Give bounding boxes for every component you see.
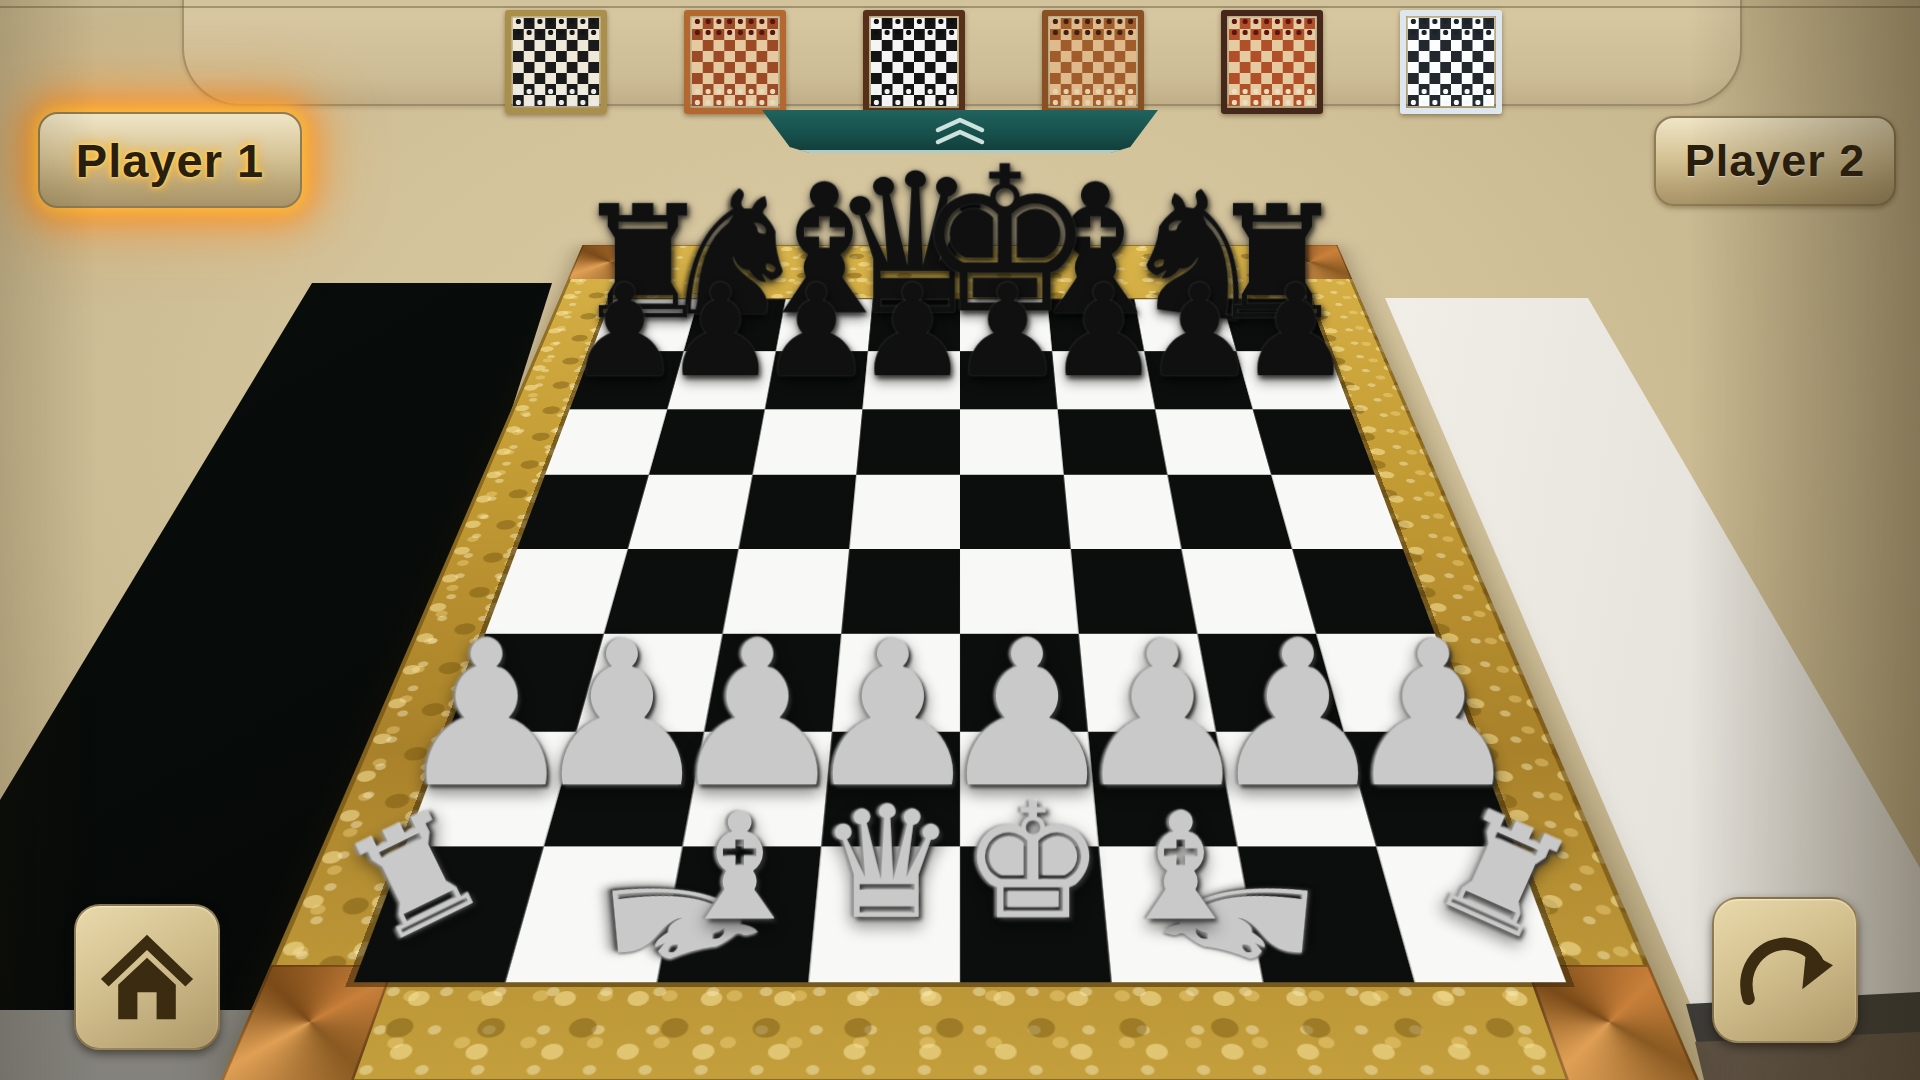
chess-board-3d: ♜♞♝♛♚♝♞♜♟♟♟♟♟♟♟♟♟♟♟♟♟♟♟♟♜♞♝♛♚♝♞♜ (460, 0, 1460, 1080)
square-h5[interactable] (1271, 475, 1403, 549)
square-d5[interactable] (849, 475, 960, 549)
black-pawn-h7[interactable]: ♟ (1238, 273, 1352, 390)
white-bishop-c1[interactable]: ♝ (673, 800, 806, 936)
square-e1[interactable]: ♚ (960, 846, 1112, 982)
square-c6[interactable] (753, 409, 863, 474)
square-h6[interactable] (1253, 409, 1375, 474)
white-queen-d1[interactable]: ♛ (817, 794, 955, 936)
square-g7[interactable]: ♟ (1144, 351, 1253, 409)
board-squares: ♜♞♝♛♚♝♞♜♟♟♟♟♟♟♟♟♟♟♟♟♟♟♟♟♜♞♝♛♚♝♞♜ (354, 299, 1566, 982)
square-c5[interactable] (739, 475, 857, 549)
square-c7[interactable]: ♟ (765, 351, 868, 409)
square-e5[interactable] (960, 475, 1071, 549)
square-d6[interactable] (856, 409, 960, 474)
square-e6[interactable] (960, 409, 1064, 474)
white-king-e1[interactable]: ♚ (962, 789, 1106, 937)
home-icon (99, 929, 195, 1025)
redo-arrow-icon (1737, 922, 1833, 1018)
player1-button[interactable]: Player 1 (38, 112, 302, 208)
square-e7[interactable]: ♟ (960, 351, 1058, 409)
white-bishop-f1[interactable]: ♝ (1114, 800, 1247, 936)
player2-button[interactable]: Player 2 (1654, 116, 1896, 206)
white-rook-a1[interactable]: ♜ (330, 791, 502, 965)
square-d7[interactable]: ♟ (862, 351, 960, 409)
square-f6[interactable] (1058, 409, 1168, 474)
home-button[interactable] (74, 904, 220, 1050)
square-f7[interactable]: ♟ (1052, 351, 1155, 409)
game-stage: ♜♞♝♛♚♝♞♜♟♟♟♟♟♟♟♟♟♟♟♟♟♟♟♟♜♞♝♛♚♝♞♜ Player … (0, 0, 1920, 1080)
square-f5[interactable] (1064, 475, 1182, 549)
square-a6[interactable] (545, 409, 667, 474)
square-a5[interactable] (517, 475, 649, 549)
square-b5[interactable] (628, 475, 753, 549)
square-g5[interactable] (1167, 475, 1292, 549)
redo-button[interactable] (1712, 897, 1858, 1043)
square-h7[interactable]: ♟ (1236, 351, 1350, 409)
square-d1[interactable]: ♛ (808, 846, 960, 982)
square-g6[interactable] (1155, 409, 1271, 474)
square-b6[interactable] (649, 409, 765, 474)
